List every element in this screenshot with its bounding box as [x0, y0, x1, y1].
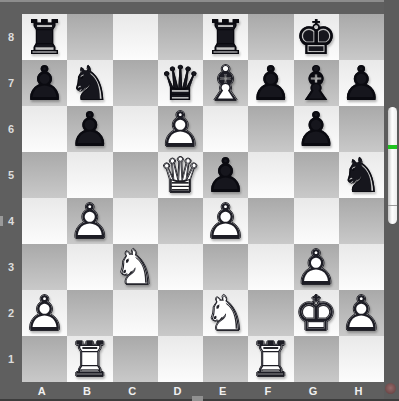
piece-black-king[interactable]: ♚♔	[294, 14, 339, 60]
black-rook-outline: ♖	[22, 14, 67, 60]
white-pawn-outline: ♙	[294, 244, 339, 290]
square-b8[interactable]	[67, 14, 112, 60]
piece-white-pawn[interactable]: ♟♙	[22, 290, 67, 336]
square-c1[interactable]	[113, 336, 158, 382]
square-g4[interactable]	[294, 198, 339, 244]
square-c6[interactable]	[113, 106, 158, 152]
square-b7[interactable]: ♞♘	[67, 60, 112, 106]
white-rook-outline: ♖	[67, 336, 112, 382]
rank-label-2: 2	[0, 290, 22, 336]
piece-white-pawn[interactable]: ♟♙	[67, 198, 112, 244]
black-bishop-outline: ♗	[294, 60, 339, 106]
right-rail	[384, 0, 399, 401]
white-rook-outline: ♖	[248, 336, 293, 382]
square-e7[interactable]: ♝♗	[203, 60, 248, 106]
piece-black-pawn[interactable]: ♟♙	[203, 152, 248, 198]
square-g3[interactable]: ♟♙	[294, 244, 339, 290]
square-a6[interactable]	[22, 106, 67, 152]
square-a5[interactable]	[22, 152, 67, 198]
piece-white-knight[interactable]: ♞♘	[203, 290, 248, 336]
file-label-f: F	[245, 382, 290, 399]
square-h1[interactable]	[339, 336, 384, 382]
rank-label-8: 8	[0, 14, 22, 60]
square-c4[interactable]	[113, 198, 158, 244]
square-h2[interactable]: ♟♙	[339, 290, 384, 336]
piece-white-rook[interactable]: ♜♖	[248, 336, 293, 382]
piece-black-queen[interactable]: ♛♕	[158, 60, 203, 106]
square-h5[interactable]: ♞♘	[339, 152, 384, 198]
square-f2[interactable]	[248, 290, 293, 336]
square-f1[interactable]: ♜♖	[248, 336, 293, 382]
square-g5[interactable]	[294, 152, 339, 198]
black-rook-outline: ♖	[203, 14, 248, 60]
square-h6[interactable]	[339, 106, 384, 152]
piece-black-rook[interactable]: ♜♖	[22, 14, 67, 60]
square-h3[interactable]	[339, 244, 384, 290]
square-a7[interactable]: ♟♙	[22, 60, 67, 106]
file-label-a: A	[19, 382, 64, 399]
scrollbar-seam	[388, 205, 397, 206]
square-d4[interactable]	[158, 198, 203, 244]
square-b5[interactable]	[67, 152, 112, 198]
file-label-c: C	[110, 382, 155, 399]
square-g2[interactable]: ♚♔	[294, 290, 339, 336]
square-a1[interactable]	[22, 336, 67, 382]
chess-app-window: 87654321 ♜♖♜♖♚♔♟♙♞♘♛♕♝♗♟♙♝♗♟♙♟♙♟♙♟♙♛♕♟♙♞…	[0, 0, 399, 401]
square-a2[interactable]: ♟♙	[22, 290, 67, 336]
black-pawn-outline: ♙	[67, 106, 112, 152]
square-a3[interactable]	[22, 244, 67, 290]
piece-black-pawn[interactable]: ♟♙	[67, 106, 112, 152]
black-knight-outline: ♘	[339, 152, 384, 198]
square-c8[interactable]	[113, 14, 158, 60]
white-knight-outline: ♘	[203, 290, 248, 336]
piece-white-king[interactable]: ♚♔	[294, 290, 339, 336]
piece-white-bishop[interactable]: ♝♗	[203, 60, 248, 106]
square-f4[interactable]	[248, 198, 293, 244]
white-bishop-outline: ♗	[203, 60, 248, 106]
square-c3[interactable]: ♞♘	[113, 244, 158, 290]
white-pawn-outline: ♙	[158, 106, 203, 152]
square-a8[interactable]: ♜♖	[22, 14, 67, 60]
rank-label-4: 4	[0, 198, 22, 244]
square-h7[interactable]: ♟♙	[339, 60, 384, 106]
rank-label-3: 3	[0, 244, 22, 290]
black-pawn-outline: ♙	[294, 106, 339, 152]
record-dot[interactable]	[385, 383, 396, 394]
square-c2[interactable]	[113, 290, 158, 336]
rank-labels-gutter: 87654321	[0, 14, 22, 382]
square-d2[interactable]	[158, 290, 203, 336]
black-knight-outline: ♘	[67, 60, 112, 106]
chess-board[interactable]: ♜♖♜♖♚♔♟♙♞♘♛♕♝♗♟♙♝♗♟♙♟♙♟♙♟♙♛♕♟♙♞♘♟♙♟♙♞♘♟♙…	[22, 14, 384, 382]
square-b2[interactable]	[67, 290, 112, 336]
rank-label-5: 5	[0, 152, 22, 198]
black-queen-outline: ♕	[158, 60, 203, 106]
piece-black-pawn[interactable]: ♟♙	[248, 60, 293, 106]
square-f7[interactable]: ♟♙	[248, 60, 293, 106]
black-pawn-outline: ♙	[339, 60, 384, 106]
piece-white-pawn[interactable]: ♟♙	[339, 290, 384, 336]
square-b6[interactable]: ♟♙	[67, 106, 112, 152]
square-d7[interactable]: ♛♕	[158, 60, 203, 106]
black-pawn-outline: ♙	[203, 152, 248, 198]
piece-black-knight[interactable]: ♞♘	[67, 60, 112, 106]
square-e2[interactable]: ♞♘	[203, 290, 248, 336]
white-knight-outline: ♘	[113, 244, 158, 290]
white-pawn-outline: ♙	[67, 198, 112, 244]
piece-black-bishop[interactable]: ♝♗	[294, 60, 339, 106]
square-c7[interactable]	[113, 60, 158, 106]
square-a4[interactable]	[22, 198, 67, 244]
square-e8[interactable]: ♜♖	[203, 14, 248, 60]
white-pawn-outline: ♙	[203, 198, 248, 244]
black-pawn-outline: ♙	[248, 60, 293, 106]
rank-label-1: 1	[0, 336, 22, 382]
square-h8[interactable]	[339, 14, 384, 60]
square-e1[interactable]	[203, 336, 248, 382]
file-labels-bar: ABCDEFGH	[22, 382, 384, 399]
piece-white-knight[interactable]: ♞♘	[113, 244, 158, 290]
square-g8[interactable]: ♚♔	[294, 14, 339, 60]
left-resize-handle[interactable]	[0, 216, 3, 226]
black-king-outline: ♔	[294, 14, 339, 60]
square-d3[interactable]	[158, 244, 203, 290]
file-label-h: H	[336, 382, 381, 399]
bottom-resize-handle[interactable]	[192, 396, 203, 401]
piece-white-queen[interactable]: ♛♕	[158, 152, 203, 198]
square-d6[interactable]: ♟♙	[158, 106, 203, 152]
piece-white-pawn[interactable]: ♟♙	[203, 198, 248, 244]
piece-black-knight[interactable]: ♞♘	[339, 152, 384, 198]
rank-label-6: 6	[0, 106, 22, 152]
square-c5[interactable]	[113, 152, 158, 198]
square-g1[interactable]	[294, 336, 339, 382]
square-g6[interactable]: ♟♙	[294, 106, 339, 152]
piece-white-pawn[interactable]: ♟♙	[158, 106, 203, 152]
square-f6[interactable]	[248, 106, 293, 152]
square-e3[interactable]	[203, 244, 248, 290]
square-d1[interactable]	[158, 336, 203, 382]
piece-black-rook[interactable]: ♜♖	[203, 14, 248, 60]
white-king-outline: ♔	[294, 290, 339, 336]
file-label-e: E	[200, 382, 245, 399]
square-b4[interactable]: ♟♙	[67, 198, 112, 244]
square-f5[interactable]	[248, 152, 293, 198]
square-b1[interactable]: ♜♖	[67, 336, 112, 382]
square-e4[interactable]: ♟♙	[203, 198, 248, 244]
square-d8[interactable]	[158, 14, 203, 60]
square-f3[interactable]	[248, 244, 293, 290]
square-d5[interactable]: ♛♕	[158, 152, 203, 198]
eval-marker	[388, 145, 397, 149]
file-label-g: G	[291, 382, 336, 399]
square-g7[interactable]: ♝♗	[294, 60, 339, 106]
square-h4[interactable]	[339, 198, 384, 244]
square-e6[interactable]	[203, 106, 248, 152]
file-label-b: B	[64, 382, 109, 399]
white-queen-outline: ♕	[158, 152, 203, 198]
piece-black-pawn[interactable]: ♟♙	[22, 60, 67, 106]
piece-white-pawn[interactable]: ♟♙	[294, 244, 339, 290]
white-pawn-outline: ♙	[22, 290, 67, 336]
square-f8[interactable]	[248, 14, 293, 60]
square-e5[interactable]: ♟♙	[203, 152, 248, 198]
black-pawn-outline: ♙	[22, 60, 67, 106]
square-b3[interactable]	[67, 244, 112, 290]
piece-white-rook[interactable]: ♜♖	[67, 336, 112, 382]
white-pawn-outline: ♙	[339, 290, 384, 336]
piece-black-pawn[interactable]: ♟♙	[294, 106, 339, 152]
scrollbar-thumb[interactable]	[388, 107, 397, 224]
rank-label-7: 7	[0, 60, 22, 106]
piece-black-pawn[interactable]: ♟♙	[339, 60, 384, 106]
